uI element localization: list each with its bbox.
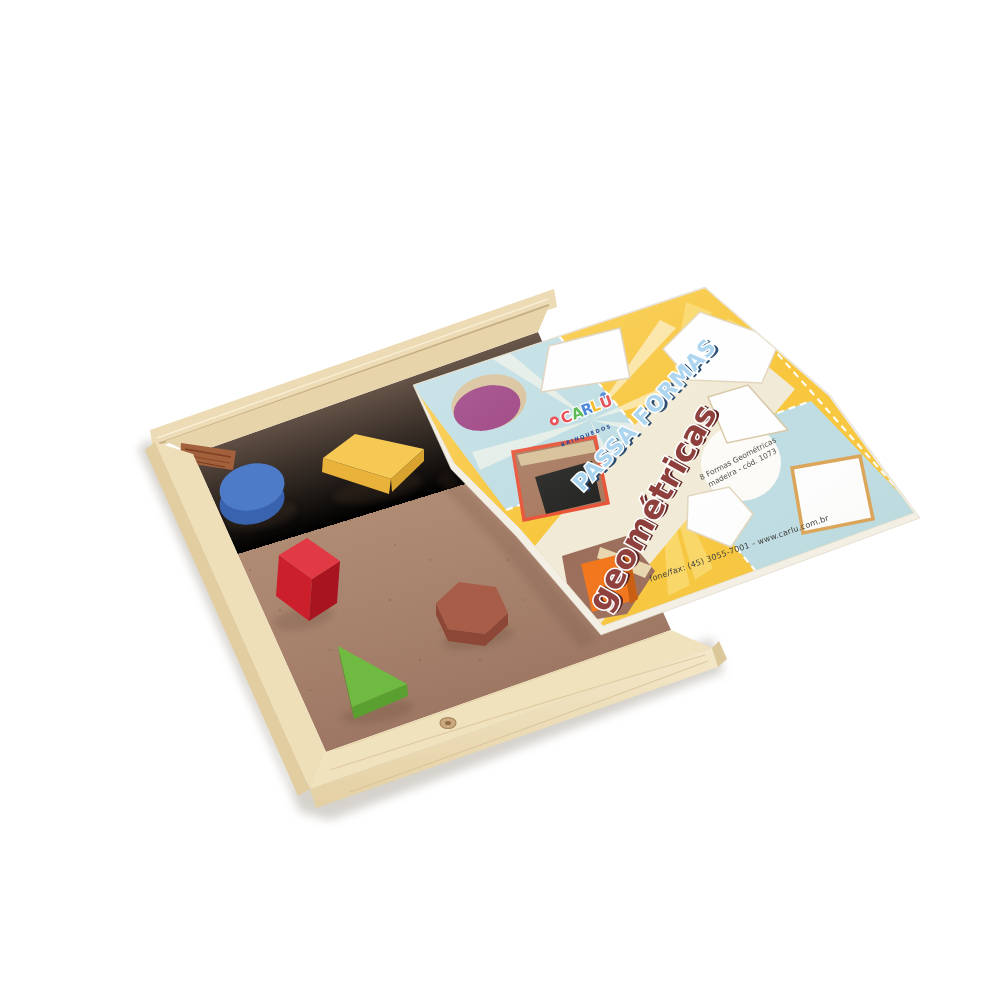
wood-knot (440, 718, 456, 729)
toy-box-photo: PASSA FORMAS PASSA FORMAS geométricas ge… (0, 0, 1000, 1000)
photo-stage: PASSA FORMAS PASSA FORMAS geométricas ge… (0, 0, 1000, 1000)
